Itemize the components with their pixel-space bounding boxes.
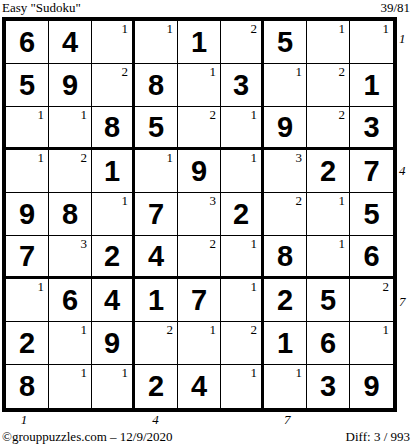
column-label-1: 1 [2, 412, 46, 427]
row-label-1: 1 [399, 17, 410, 61]
digit: 2 [148, 372, 164, 401]
row-label-spacer [399, 193, 410, 237]
pencil-mark: 1 [81, 323, 88, 337]
digit: 3 [320, 372, 336, 401]
pencil-mark: 2 [210, 108, 217, 122]
cell-r1c6[interactable]: 2 [221, 21, 264, 64]
cell-r6c4[interactable]: 4 [135, 236, 178, 279]
cell-r1c2[interactable]: 4 [49, 21, 92, 64]
cell-r2c3[interactable]: 2 [92, 64, 135, 107]
cell-r1c8[interactable]: 1 [307, 21, 350, 64]
cell-r9c9[interactable]: 9 [350, 365, 393, 408]
row-label-4: 4 [399, 149, 410, 193]
row-label-spacer [399, 236, 410, 280]
cell-r7c8[interactable]: 5 [307, 279, 350, 322]
digit: 1 [191, 28, 207, 57]
digit: 2 [233, 200, 249, 229]
difficulty-text: Diff: 3 / 993 [346, 430, 410, 444]
digit: 7 [148, 200, 164, 229]
footer: ©grouppuzzles.com – 12/9/2020 Diff: 3 / … [0, 430, 412, 444]
pencil-mark: 2 [122, 65, 129, 79]
cell-r8c4[interactable]: 2 [135, 322, 178, 365]
right-coordinate-labels: 147 [399, 17, 410, 412]
pencil-mark: 3 [210, 194, 217, 208]
pencil-mark: 2 [167, 323, 174, 337]
digit: 8 [62, 200, 78, 229]
pencil-mark: 1 [383, 22, 390, 36]
progress-counter: 39/81 [380, 1, 410, 15]
cell-r2c7[interactable]: 1 [264, 64, 307, 107]
pencil-mark: 1 [251, 280, 258, 294]
cell-r5c4[interactable]: 7 [135, 193, 178, 236]
digit: 2 [277, 286, 293, 315]
digit: 9 [62, 71, 78, 100]
digit: 2 [19, 329, 35, 358]
digit: 1 [104, 157, 120, 186]
pencil-mark: 1 [38, 108, 45, 122]
cell-r5c9[interactable]: 5 [350, 193, 393, 236]
cell-r4c9[interactable]: 7 [350, 150, 393, 193]
pencil-mark: 1 [210, 65, 217, 79]
digit: 1 [277, 329, 293, 358]
digit: 9 [104, 329, 120, 358]
digit: 5 [19, 71, 35, 100]
cell-r4c7[interactable]: 3 [264, 150, 307, 193]
pencil-mark: 1 [122, 194, 129, 208]
cell-r3c8[interactable]: 2 [307, 107, 350, 150]
pencil-mark: 1 [296, 366, 303, 380]
pencil-mark: 1 [251, 237, 258, 251]
cell-r4c4[interactable]: 1 [135, 150, 178, 193]
pencil-mark: 1 [167, 22, 174, 36]
cell-r4c1[interactable]: 1 [6, 150, 49, 193]
digit: 9 [191, 157, 207, 186]
cell-r6c3[interactable]: 2 [92, 236, 135, 279]
cell-r5c1[interactable]: 9 [6, 193, 49, 236]
row-label-spacer [399, 61, 410, 105]
digit: 7 [191, 286, 207, 315]
cell-r2c2[interactable]: 9 [49, 64, 92, 107]
cell-r2c5[interactable]: 1 [178, 64, 221, 107]
cell-r3c4[interactable]: 5 [135, 107, 178, 150]
digit: 4 [104, 286, 120, 315]
bottom-coordinate-labels: 147 [2, 412, 397, 427]
pencil-mark: 2 [251, 22, 258, 36]
cell-r9c5[interactable]: 4 [178, 365, 221, 408]
cell-r1c4[interactable]: 1 [135, 21, 178, 64]
cell-r2c9[interactable]: 1 [350, 64, 393, 107]
digit: 5 [320, 286, 336, 315]
cell-r7c4[interactable]: 1 [135, 279, 178, 322]
column-label-spacer [309, 412, 353, 427]
digit: 4 [62, 28, 78, 57]
cell-r3c3[interactable]: 8 [92, 107, 135, 150]
cell-r3c9[interactable]: 3 [350, 107, 393, 150]
cell-r7c2[interactable]: 6 [49, 279, 92, 322]
cell-r2c4[interactable]: 8 [135, 64, 178, 107]
cell-r1c7[interactable]: 5 [264, 21, 307, 64]
cell-r5c6[interactable]: 2 [221, 193, 264, 236]
cell-r8c9[interactable]: 1 [350, 322, 393, 365]
cell-r8c8[interactable]: 6 [307, 322, 350, 365]
pencil-mark: 1 [38, 151, 45, 165]
pencil-mark: 2 [383, 280, 390, 294]
cell-r6c7[interactable]: 8 [264, 236, 307, 279]
pencil-mark: 2 [210, 237, 217, 251]
cell-r8c1[interactable]: 2 [6, 322, 49, 365]
pencil-mark: 1 [167, 151, 174, 165]
cell-r3c5[interactable]: 2 [178, 107, 221, 150]
cell-r9c4[interactable]: 2 [135, 365, 178, 408]
cell-r9c6[interactable]: 1 [221, 365, 264, 408]
column-label-spacer [221, 412, 265, 427]
cell-r8c7[interactable]: 1 [264, 322, 307, 365]
digit: 8 [148, 71, 164, 100]
cell-r5c8[interactable]: 1 [307, 193, 350, 236]
digit: 5 [363, 200, 379, 229]
column-label-spacer [90, 412, 134, 427]
pencil-mark: 1 [81, 366, 88, 380]
cell-r5c3[interactable]: 1 [92, 193, 135, 236]
cell-r8c3[interactable]: 9 [92, 322, 135, 365]
cell-r9c3[interactable]: 1 [92, 365, 135, 408]
cell-r3c1[interactable]: 1 [6, 107, 49, 150]
cell-r7c1[interactable]: 1 [6, 279, 49, 322]
cell-r6c5[interactable]: 2 [178, 236, 221, 279]
cell-r7c9[interactable]: 2 [350, 279, 393, 322]
pencil-mark: 2 [296, 194, 303, 208]
pencil-mark: 1 [296, 65, 303, 79]
pencil-mark: 1 [251, 151, 258, 165]
cell-r4c5[interactable]: 9 [178, 150, 221, 193]
pencil-mark: 3 [81, 237, 88, 251]
cell-r1c1[interactable]: 6 [6, 21, 49, 64]
copyright-text: ©grouppuzzles.com – 12/9/2020 [2, 430, 173, 444]
column-label-7: 7 [265, 412, 309, 427]
digit: 5 [148, 113, 164, 142]
pencil-mark: 3 [296, 151, 303, 165]
pencil-mark: 1 [339, 237, 346, 251]
digit: 1 [363, 71, 379, 100]
pencil-mark: 2 [81, 151, 88, 165]
cell-r3c7[interactable]: 9 [264, 107, 307, 150]
cell-r9c8[interactable]: 3 [307, 365, 350, 408]
digit: 3 [233, 71, 249, 100]
cell-r6c6[interactable]: 1 [221, 236, 264, 279]
row-label-spacer [399, 324, 410, 368]
column-label-spacer [46, 412, 90, 427]
cell-r1c5[interactable]: 1 [178, 21, 221, 64]
cell-r2c6[interactable]: 3 [221, 64, 264, 107]
sudoku-page: Easy "Sudoku" 39/81 64111251159281312111… [0, 0, 412, 445]
digit: 6 [320, 329, 336, 358]
pencil-mark: 2 [339, 108, 346, 122]
pencil-mark: 1 [81, 108, 88, 122]
cell-r1c3[interactable]: 1 [92, 21, 135, 64]
cell-r4c3[interactable]: 1 [92, 150, 135, 193]
digit: 1 [148, 286, 164, 315]
digit: 9 [363, 372, 379, 401]
digit: 9 [19, 200, 35, 229]
digit: 5 [277, 28, 293, 57]
cell-r8c5[interactable]: 1 [178, 322, 221, 365]
cell-r5c5[interactable]: 3 [178, 193, 221, 236]
digit: 8 [277, 242, 293, 271]
digit: 8 [19, 372, 35, 401]
row-label-7: 7 [399, 280, 410, 324]
cell-r3c6[interactable]: 1 [221, 107, 264, 150]
pencil-mark: 1 [339, 22, 346, 36]
pencil-mark: 1 [122, 22, 129, 36]
cell-r7c3[interactable]: 4 [92, 279, 135, 322]
cell-r2c1[interactable]: 5 [6, 64, 49, 107]
column-label-4: 4 [134, 412, 178, 427]
cell-r9c2[interactable]: 1 [49, 365, 92, 408]
sudoku-board: 6411125115928131211185219231211913279817… [2, 17, 397, 412]
digit: 9 [277, 113, 293, 142]
cell-r7c6[interactable]: 1 [221, 279, 264, 322]
digit: 2 [320, 157, 336, 186]
pencil-mark: 1 [38, 280, 45, 294]
pencil-mark: 1 [383, 323, 390, 337]
digit: 4 [191, 372, 207, 401]
cell-r5c7[interactable]: 2 [264, 193, 307, 236]
digit: 3 [363, 113, 379, 142]
cell-r2c8[interactable]: 2 [307, 64, 350, 107]
pencil-mark: 2 [251, 323, 258, 337]
cell-r3c2[interactable]: 1 [49, 107, 92, 150]
digit: 7 [363, 157, 379, 186]
cell-r1c9[interactable]: 1 [350, 21, 393, 64]
digit: 7 [19, 242, 35, 271]
cell-r6c8[interactable]: 1 [307, 236, 350, 279]
board-area: 6411125115928131211185219231211913279817… [2, 17, 412, 412]
pencil-mark: 1 [339, 194, 346, 208]
digit: 6 [363, 242, 379, 271]
cell-r7c7[interactable]: 2 [264, 279, 307, 322]
puzzle-title: Easy "Sudoku" [2, 1, 81, 15]
cell-r9c1[interactable]: 8 [6, 365, 49, 408]
cell-r4c2[interactable]: 2 [49, 150, 92, 193]
cell-r9c7[interactable]: 1 [264, 365, 307, 408]
column-label-spacer [353, 412, 397, 427]
cell-r6c2[interactable]: 3 [49, 236, 92, 279]
digit: 6 [62, 286, 78, 315]
row-label-spacer [399, 105, 410, 149]
digit: 6 [19, 28, 35, 57]
cell-r6c9[interactable]: 6 [350, 236, 393, 279]
digit: 4 [148, 242, 164, 271]
cell-r6c1[interactable]: 7 [6, 236, 49, 279]
cell-r8c2[interactable]: 1 [49, 322, 92, 365]
column-label-spacer [178, 412, 222, 427]
cell-r7c5[interactable]: 7 [178, 279, 221, 322]
pencil-mark: 1 [251, 108, 258, 122]
digit: 8 [104, 113, 120, 142]
row-label-spacer [399, 368, 410, 412]
pencil-mark: 1 [122, 366, 129, 380]
cell-r4c8[interactable]: 2 [307, 150, 350, 193]
pencil-mark: 1 [210, 323, 217, 337]
pencil-mark: 1 [251, 366, 258, 380]
cell-r4c6[interactable]: 1 [221, 150, 264, 193]
cell-r8c6[interactable]: 2 [221, 322, 264, 365]
pencil-mark: 2 [339, 65, 346, 79]
cell-r5c2[interactable]: 8 [49, 193, 92, 236]
digit: 2 [104, 242, 120, 271]
header: Easy "Sudoku" 39/81 [0, 0, 412, 17]
